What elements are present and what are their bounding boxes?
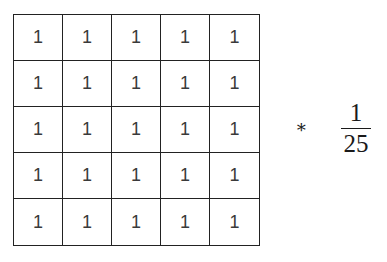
kernel-cell: 1 xyxy=(210,153,259,199)
kernel-cell: 1 xyxy=(63,153,112,199)
kernel-cell: 1 xyxy=(14,199,63,245)
kernel-cell: 1 xyxy=(161,153,210,199)
kernel-cell: 1 xyxy=(161,199,210,245)
kernel-cell: 1 xyxy=(63,199,112,245)
kernel-cell: 1 xyxy=(63,61,112,107)
kernel-cell: 1 xyxy=(210,107,259,153)
kernel-cell: 1 xyxy=(112,153,161,199)
kernel-grid: 1 1 1 1 1 1 1 1 1 1 1 1 1 1 1 1 1 1 1 1 … xyxy=(13,14,260,246)
kernel-cell: 1 xyxy=(14,61,63,107)
kernel-diagram: 1 1 1 1 1 1 1 1 1 1 1 1 1 1 1 1 1 1 1 1 … xyxy=(0,0,387,262)
kernel-cell: 1 xyxy=(14,107,63,153)
kernel-cell: 1 xyxy=(161,107,210,153)
kernel-cell: 1 xyxy=(112,61,161,107)
kernel-cell: 1 xyxy=(112,199,161,245)
kernel-cell: 1 xyxy=(210,15,259,61)
kernel-cell: 1 xyxy=(210,61,259,107)
fraction-numerator: 1 xyxy=(341,98,371,129)
kernel-cell: 1 xyxy=(112,15,161,61)
kernel-cell: 1 xyxy=(161,15,210,61)
kernel-cell: 1 xyxy=(63,15,112,61)
multiplication-asterisk: ∗ xyxy=(293,118,309,136)
kernel-cell: 1 xyxy=(63,107,112,153)
kernel-cell: 1 xyxy=(210,199,259,245)
kernel-cell: 1 xyxy=(161,61,210,107)
fraction-denominator: 25 xyxy=(341,129,371,159)
scale-fraction: 1 25 xyxy=(341,98,371,159)
kernel-cell: 1 xyxy=(112,107,161,153)
kernel-cell: 1 xyxy=(14,153,63,199)
kernel-cell: 1 xyxy=(14,15,63,61)
